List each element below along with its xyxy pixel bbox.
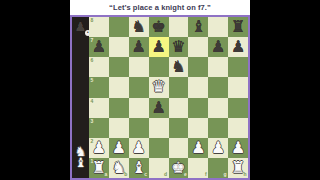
square-a1[interactable]: 1a♜ [89, 158, 109, 178]
square-d1[interactable]: d [149, 158, 169, 178]
square-e8[interactable] [169, 17, 189, 37]
square-a3[interactable]: 3 [89, 118, 109, 138]
square-c7[interactable]: ♟ [129, 37, 149, 57]
square-d5[interactable]: ♛ [149, 77, 169, 97]
square-d4[interactable]: ♟ [149, 98, 169, 118]
square-f6[interactable] [188, 57, 208, 77]
square-g2[interactable]: ♟ [208, 138, 228, 158]
black-king-piece[interactable]: ♚ [151, 19, 165, 35]
square-e6[interactable]: ♞ [169, 57, 189, 77]
file-label-a: a [105, 172, 108, 177]
white-pawn-piece[interactable]: ♟ [132, 140, 146, 156]
file-label-b: b [124, 172, 127, 177]
video-content-frame: “Let’s place a knight on f7.” ♟• ♞♝ 8♞♚♝… [70, 0, 250, 180]
square-g3[interactable] [208, 118, 228, 138]
square-e1[interactable]: e♚ [169, 158, 189, 178]
play-area: ♟• ♞♝ 8♞♚♝♜7♟♟♟♛♟♟6♞5♛4♟32♟♟♟♟♟♟1a♜b♞c♝d… [70, 17, 250, 180]
black-queen-piece[interactable]: ♛ [171, 39, 185, 55]
square-c5[interactable] [129, 77, 149, 97]
square-g1[interactable]: g [208, 158, 228, 178]
square-a4[interactable]: 4 [89, 98, 109, 118]
white-queen-piece[interactable]: ♛ [151, 79, 165, 95]
file-label-f: f [205, 172, 207, 177]
captured-pieces-tray: ♟• ♞♝ [72, 17, 89, 178]
black-pawn-piece[interactable]: ♟ [92, 39, 106, 55]
black-bishop-piece[interactable]: ♝ [191, 19, 205, 35]
black-pawn-piece[interactable]: ♟ [132, 39, 146, 55]
captured-by-black-group: ♞♝ [75, 147, 87, 169]
square-b1[interactable]: b♞ [109, 158, 129, 178]
square-a5[interactable]: 5 [89, 77, 109, 97]
square-g7[interactable]: ♟ [208, 37, 228, 57]
square-f4[interactable] [188, 98, 208, 118]
square-b3[interactable] [109, 118, 129, 138]
white-bishop-piece[interactable]: ♝ [75, 156, 87, 169]
square-f5[interactable] [188, 77, 208, 97]
square-a2[interactable]: 2♟ [89, 138, 109, 158]
rank-label-6: 6 [91, 58, 94, 63]
square-b8[interactable] [109, 17, 129, 37]
square-d6[interactable] [149, 57, 169, 77]
square-h5[interactable] [228, 77, 248, 97]
square-h3[interactable] [228, 118, 248, 138]
square-h7[interactable]: ♟ [228, 37, 248, 57]
square-e2[interactable] [169, 138, 189, 158]
square-a6[interactable]: 6 [89, 57, 109, 77]
square-a8[interactable]: 8 [89, 17, 109, 37]
square-g5[interactable] [208, 77, 228, 97]
caption-bar: “Let’s place a knight on f7.” [70, 0, 250, 17]
square-b7[interactable] [109, 37, 129, 57]
square-g4[interactable] [208, 98, 228, 118]
rank-label-7: 7 [91, 38, 94, 43]
square-c8[interactable]: ♞ [129, 17, 149, 37]
square-d8[interactable]: ♚ [149, 17, 169, 37]
square-c2[interactable]: ♟ [129, 138, 149, 158]
square-e3[interactable] [169, 118, 189, 138]
square-e7[interactable]: ♛ [169, 37, 189, 57]
square-h4[interactable] [228, 98, 248, 118]
square-h6[interactable] [228, 57, 248, 77]
square-d3[interactable] [149, 118, 169, 138]
file-label-e: e [184, 172, 187, 177]
square-d2[interactable] [149, 138, 169, 158]
square-e4[interactable] [169, 98, 189, 118]
square-h8[interactable]: ♜ [228, 17, 248, 37]
white-pawn-piece[interactable]: ♟ [92, 140, 106, 156]
file-label-c: c [144, 172, 147, 177]
square-b6[interactable] [109, 57, 129, 77]
square-b4[interactable] [109, 98, 129, 118]
square-b5[interactable] [109, 77, 129, 97]
rank-label-3: 3 [91, 119, 94, 124]
square-f8[interactable]: ♝ [188, 17, 208, 37]
square-f3[interactable] [188, 118, 208, 138]
square-h1[interactable]: h♜ [228, 158, 248, 178]
file-label-d: d [164, 172, 167, 177]
black-knight-piece[interactable]: ♞ [132, 19, 146, 35]
square-c3[interactable] [129, 118, 149, 138]
captured-by-white-group: ♟• [74, 20, 87, 34]
black-pawn-piece[interactable]: ♟ [231, 39, 245, 55]
square-g8[interactable] [208, 17, 228, 37]
square-e5[interactable] [169, 77, 189, 97]
square-a7[interactable]: 7♟ [89, 37, 109, 57]
black-pawn-piece[interactable]: ♟ [151, 100, 165, 116]
letterbox-stage: “Let’s place a knight on f7.” ♟• ♞♝ 8♞♚♝… [0, 0, 320, 180]
black-knight-piece[interactable]: ♞ [171, 59, 185, 75]
file-label-g: g [224, 172, 227, 177]
white-pawn-piece[interactable]: ♟ [191, 140, 205, 156]
file-label-h: h [243, 172, 246, 177]
black-pawn-piece[interactable]: ♟ [211, 39, 225, 55]
rank-label-4: 4 [91, 99, 94, 104]
white-pawn-piece[interactable]: ♟ [112, 140, 126, 156]
rank-label-2: 2 [91, 139, 94, 144]
rank-label-1: 1 [91, 159, 94, 164]
black-pawn-piece[interactable]: ♟ [151, 39, 165, 55]
black-rook-piece[interactable]: ♜ [231, 19, 245, 35]
square-c6[interactable] [129, 57, 149, 77]
chess-board[interactable]: 8♞♚♝♜7♟♟♟♛♟♟6♞5♛4♟32♟♟♟♟♟♟1a♜b♞c♝de♚fgh♜ [89, 17, 248, 178]
square-f2[interactable]: ♟ [188, 138, 208, 158]
square-d7[interactable]: ♟ [149, 37, 169, 57]
caption-text: “Let’s place a knight on f7.” [109, 3, 211, 12]
square-f7[interactable] [188, 37, 208, 57]
square-c1[interactable]: c♝ [129, 158, 149, 178]
rank-label-8: 8 [91, 18, 94, 23]
rank-label-5: 5 [91, 78, 94, 83]
square-h2[interactable]: ♟ [228, 138, 248, 158]
square-g6[interactable] [208, 57, 228, 77]
white-pawn-piece[interactable]: ♟ [231, 140, 245, 156]
white-pawn-piece[interactable]: ♟ [211, 140, 225, 156]
square-c4[interactable] [129, 98, 149, 118]
square-f1[interactable]: f [188, 158, 208, 178]
square-b2[interactable]: ♟ [109, 138, 129, 158]
